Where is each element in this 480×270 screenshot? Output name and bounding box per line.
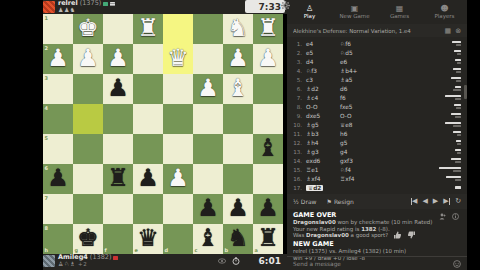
- move-time-bars: [427, 104, 461, 110]
- tab-label: Players: [435, 14, 455, 19]
- move-row-2: 2.e5♘d5: [287, 48, 467, 57]
- square-d1[interactable]: [163, 14, 193, 44]
- square-f4[interactable]: [103, 104, 133, 134]
- player-captured-pieces: ♙♘♗ +2: [58, 261, 118, 267]
- black-pawn-f3[interactable]: ♟: [103, 74, 133, 104]
- first-move-button[interactable]: ◀: [411, 198, 418, 205]
- white-move[interactable]: dxe5: [306, 113, 340, 119]
- square-a7[interactable]: ♟: [253, 194, 283, 224]
- move-time-bars: [427, 176, 461, 182]
- rank-label-3: 3: [45, 75, 48, 81]
- white-rook-a1[interactable]: ♜: [253, 14, 283, 44]
- black-queen-e8[interactable]: ♛: [133, 224, 163, 254]
- rematch-icon[interactable]: ↻: [455, 198, 461, 205]
- move-number: 13.: [291, 149, 302, 155]
- square-b7[interactable]: ♟: [223, 194, 253, 224]
- rank-label-4: 4: [45, 105, 48, 111]
- square-a8[interactable]: a♜: [253, 224, 283, 254]
- square-h7[interactable]: 7: [43, 194, 73, 224]
- square-e8[interactable]: e♛: [133, 224, 163, 254]
- square-b8[interactable]: b♞: [223, 224, 253, 254]
- opponent-bar: relrel (1375) ♟♟♞ 7:33: [43, 0, 287, 14]
- white-move[interactable]: ♘f3: [306, 68, 340, 74]
- white-move[interactable]: d4: [306, 59, 340, 65]
- black-move[interactable]: e6: [340, 59, 374, 65]
- black-pawn-b7[interactable]: ♟: [223, 194, 253, 224]
- square-f8[interactable]: f: [103, 224, 133, 254]
- new-game-title: NEW GAME: [293, 241, 461, 248]
- square-h8[interactable]: 8h: [43, 224, 73, 254]
- square-c4[interactable]: [193, 104, 223, 134]
- black-move[interactable]: d6: [340, 86, 374, 92]
- games-icon: ▦: [396, 5, 404, 13]
- emoji-smiley-icon[interactable]: [453, 260, 461, 268]
- square-a5[interactable]: ♝: [253, 134, 283, 164]
- move-row-15: 15.♖e1♘f4: [287, 165, 467, 174]
- square-e6[interactable]: ♟: [133, 164, 163, 194]
- black-move[interactable]: ♗a5: [340, 77, 374, 83]
- white-queen-d2[interactable]: ♛: [163, 44, 193, 74]
- game-controls-bar: ½ Draw ⚑ Resign ◀ ◀ ▶ ▶ ↻: [287, 194, 467, 209]
- white-move[interactable]: e5: [306, 50, 340, 56]
- white-move[interactable]: e4: [306, 41, 340, 47]
- move-row-16: 16.♗xf4♖xf4: [287, 174, 467, 183]
- panel-tabs: ♙Play▣New Game▦Games☻Players: [287, 1, 467, 22]
- move-time-bars: [427, 149, 461, 155]
- tab-label: Games: [390, 14, 409, 19]
- square-g2[interactable]: ♟: [73, 44, 103, 74]
- black-move[interactable]: f6: [340, 95, 374, 101]
- black-pawn-e6[interactable]: ♟: [133, 164, 163, 194]
- move-number: 14.: [291, 158, 302, 164]
- square-f1[interactable]: [103, 14, 133, 44]
- file-label-h: h: [45, 247, 49, 253]
- white-pawn-d6[interactable]: ♟: [163, 164, 193, 194]
- white-move[interactable]: ♗xf4: [306, 176, 340, 182]
- opening-name: Alekhine's Defense: Normal Variation, 1.…: [293, 28, 441, 34]
- player-flair-icon: [113, 256, 118, 260]
- move-number: 12.: [291, 140, 302, 146]
- square-b4[interactable]: [223, 104, 253, 134]
- play-icon: ♙: [306, 5, 313, 13]
- square-a6[interactable]: [253, 164, 283, 194]
- move-number: 9.: [291, 113, 302, 119]
- opponent-avatar[interactable]: [43, 1, 55, 13]
- black-move[interactable]: ♘f6: [340, 41, 374, 47]
- square-b5[interactable]: [223, 134, 253, 164]
- white-move[interactable]: ♖e1: [306, 167, 340, 173]
- move-time-bars: [427, 167, 461, 173]
- black-move[interactable]: g5: [340, 140, 374, 146]
- move-row-14: 14.exd6gxf3: [287, 156, 467, 165]
- square-f5[interactable]: [103, 134, 133, 164]
- chat-input[interactable]: Send a message: [293, 261, 453, 267]
- square-h1[interactable]: 1: [43, 14, 73, 44]
- opponent-clock: 7:33: [245, 0, 285, 13]
- file-label-d: d: [165, 247, 169, 253]
- square-d4[interactable]: [163, 104, 193, 134]
- move-number: 16.: [291, 176, 302, 182]
- explorer-icon[interactable]: ▦: [445, 27, 452, 35]
- black-pawn-h6[interactable]: ♟: [43, 164, 73, 194]
- opening-name-bar[interactable]: Alekhine's Defense: Normal Variation, 1.…: [287, 24, 467, 37]
- tab-games[interactable]: ▦Games: [377, 1, 422, 22]
- move-row-9: 9.dxe5O-O: [287, 111, 467, 120]
- white-pawn-f2[interactable]: ♟: [103, 44, 133, 74]
- white-pawn-h2[interactable]: ♟: [43, 44, 73, 74]
- white-move[interactable]: ♗g3: [306, 149, 340, 155]
- resign-flag-icon: ⚑: [327, 198, 332, 205]
- square-g8[interactable]: g♚: [73, 224, 103, 254]
- rank-label-5: 5: [45, 135, 48, 141]
- move-row-12: 12.♗h4g5: [287, 138, 467, 147]
- square-c1[interactable]: [193, 14, 223, 44]
- side-panel: ♙Play▣New Game▦Games☻Players Alekhine's …: [287, 0, 467, 270]
- square-f7[interactable]: [103, 194, 133, 224]
- square-c3[interactable]: ♟: [193, 74, 223, 104]
- square-c5[interactable]: [193, 134, 223, 164]
- square-h6[interactable]: 6♟: [43, 164, 73, 194]
- square-d2[interactable]: ♛: [163, 44, 193, 74]
- opponent-rating: (1375): [80, 0, 102, 7]
- white-move[interactable]: O-O: [306, 104, 340, 110]
- black-move[interactable]: O-O: [340, 113, 374, 119]
- move-time-bars: [427, 41, 461, 47]
- move-time-bars: [427, 113, 461, 119]
- black-move[interactable]: gxf3: [340, 158, 374, 164]
- square-b6[interactable]: [223, 164, 253, 194]
- move-row-4: 4.♘f3♗b4+: [287, 66, 467, 75]
- black-bishop-a5[interactable]: ♝: [253, 134, 283, 164]
- white-bishop-b3[interactable]: ♝: [223, 74, 253, 104]
- move-row-5: 5.c3♗a5: [287, 75, 467, 84]
- previous-move-button[interactable]: ◀: [422, 198, 427, 205]
- move-time-bars: [427, 140, 461, 146]
- square-a1[interactable]: ♜: [253, 14, 283, 44]
- move-number: 11.: [291, 131, 302, 137]
- game-over-box: GAME OVER Dragonslav00 won by checkmate …: [287, 211, 467, 233]
- move-time-bars: [427, 131, 461, 137]
- move-number: 8.: [291, 104, 302, 110]
- white-pawn-a2[interactable]: ♟: [253, 44, 283, 74]
- rank-label-7: 7: [45, 195, 48, 201]
- close-icon[interactable]: ⊗: [455, 27, 461, 35]
- black-king-g8[interactable]: ♚: [73, 224, 103, 254]
- square-e2[interactable]: [133, 44, 163, 74]
- white-move[interactable]: ♕d2: [306, 185, 323, 191]
- white-move[interactable]: ♗g5: [306, 122, 340, 128]
- player-rating: (1382): [90, 254, 112, 261]
- chat-input-bar[interactable]: Send a message: [287, 256, 467, 270]
- white-pawn-b2[interactable]: ♟: [223, 44, 253, 74]
- black-move[interactable]: ♘f4: [340, 167, 374, 173]
- move-time-bars: [427, 186, 461, 189]
- move-row-8: 8.O-Ofxe5: [287, 102, 467, 111]
- square-h4[interactable]: 4: [43, 104, 73, 134]
- thumbs-up-button[interactable]: [393, 231, 402, 239]
- white-pawn-c3[interactable]: ♟: [193, 74, 223, 104]
- square-c6[interactable]: [193, 164, 223, 194]
- square-d5[interactable]: [163, 134, 193, 164]
- square-e4[interactable]: [133, 104, 163, 134]
- move-time-bars: [427, 50, 461, 56]
- move-number: 15.: [291, 167, 302, 173]
- tab-new-game[interactable]: ▣New Game: [332, 1, 377, 22]
- black-pawn-c7[interactable]: ♟: [193, 194, 223, 224]
- square-e1[interactable]: ♜: [133, 14, 163, 44]
- square-g1[interactable]: ♚: [73, 14, 103, 44]
- white-move[interactable]: c3: [306, 77, 340, 83]
- black-rook-f6[interactable]: ♜: [103, 164, 133, 194]
- white-move[interactable]: ♗h4: [306, 140, 340, 146]
- move-time-bars: [427, 77, 461, 83]
- move-number: 4.: [291, 68, 302, 74]
- black-move[interactable]: ♕e8: [340, 122, 374, 128]
- square-h3[interactable]: 3: [43, 74, 73, 104]
- move-number: 1.: [291, 41, 302, 47]
- player-bar: Amileg4 (1382) ♙♘♗ +2 6:01: [43, 254, 287, 270]
- chess-board[interactable]: 1♚♜♞♜2♟♟♟♛♟♟3♟♟♝45♝6♟♜♟♟7♟♟♟8hg♚fe♛dc♝b♞…: [43, 14, 283, 254]
- square-f3[interactable]: ♟: [103, 74, 133, 104]
- move-time-bars: [427, 122, 461, 128]
- move-time-bars: [427, 68, 461, 74]
- timer-icon: [232, 257, 240, 265]
- square-b1[interactable]: ♞: [223, 14, 253, 44]
- tab-label: New Game: [339, 14, 369, 19]
- country-flag-icon: [110, 2, 115, 6]
- square-f2[interactable]: ♟: [103, 44, 133, 74]
- square-a3[interactable]: [253, 74, 283, 104]
- last-move-button[interactable]: ▶: [443, 198, 450, 205]
- square-g4[interactable]: [73, 104, 103, 134]
- opponent-captured-pieces: ♟♟♞: [58, 7, 115, 13]
- resign-button[interactable]: ⚑ Resign: [327, 198, 354, 205]
- white-move[interactable]: ♗b3: [306, 131, 340, 137]
- move-row-3: 3.d4e6: [287, 57, 467, 66]
- white-rook-e1[interactable]: ♜: [133, 14, 163, 44]
- move-time-bars: [427, 158, 461, 164]
- thumbs-down-button[interactable]: [407, 231, 416, 239]
- player-avatar[interactable]: [43, 255, 55, 267]
- move-number: 5.: [291, 77, 302, 83]
- black-move[interactable]: fxe5: [340, 104, 374, 110]
- move-row-17: 17.♕d2: [287, 183, 467, 192]
- square-c8[interactable]: c♝: [193, 224, 223, 254]
- white-knight-b1[interactable]: ♞: [223, 14, 253, 44]
- players-icon: ☻: [440, 5, 448, 13]
- move-number: 3.: [291, 59, 302, 65]
- white-move[interactable]: ♗c4: [306, 95, 340, 101]
- square-e5[interactable]: [133, 134, 163, 164]
- square-d6[interactable]: ♟: [163, 164, 193, 194]
- app-window: relrel (1375) ♟♟♞ 7:33 1♚♜♞♜2♟♟♟♛♟♟3♟♟♝4…: [0, 0, 480, 270]
- scrollbar-thumb[interactable]: [464, 85, 467, 99]
- move-row-6: 6.♗d2d6: [287, 84, 467, 93]
- square-g3[interactable]: [73, 74, 103, 104]
- black-move[interactable]: h6: [340, 131, 374, 137]
- tab-play[interactable]: ♙Play: [287, 1, 332, 22]
- black-move[interactable]: ♗b4+: [340, 68, 374, 74]
- square-e3[interactable]: [133, 74, 163, 104]
- white-pawn-g2[interactable]: ♟: [73, 44, 103, 74]
- square-e7[interactable]: [133, 194, 163, 224]
- square-c7[interactable]: ♟: [193, 194, 223, 224]
- square-f6[interactable]: ♜: [103, 164, 133, 194]
- square-g6[interactable]: [73, 164, 103, 194]
- move-row-10: 10.♗g5♕e8: [287, 120, 467, 129]
- square-b3[interactable]: ♝: [223, 74, 253, 104]
- square-d8[interactable]: d: [163, 224, 193, 254]
- black-move[interactable]: ♘d5: [340, 50, 374, 56]
- square-c2[interactable]: [193, 44, 223, 74]
- move-time-bars: [427, 95, 461, 101]
- next-move-button[interactable]: ▶: [433, 198, 438, 205]
- square-d7[interactable]: [163, 194, 193, 224]
- square-d3[interactable]: [163, 74, 193, 104]
- black-pawn-a7[interactable]: ♟: [253, 194, 283, 224]
- square-a2[interactable]: ♟: [253, 44, 283, 74]
- good-sport-prompt: Was Dragonslav00 a good sport?: [287, 231, 467, 239]
- black-move[interactable]: g4: [340, 149, 374, 155]
- draw-button[interactable]: ½ Draw: [293, 198, 317, 205]
- draw-icon: ½: [293, 198, 299, 205]
- move-number: 7.: [291, 95, 302, 101]
- move-number: 6.: [291, 86, 302, 92]
- move-number: 17.: [291, 185, 302, 191]
- game-over-title: GAME OVER: [293, 212, 461, 219]
- square-g5[interactable]: [73, 134, 103, 164]
- white-king-g1[interactable]: ♚: [73, 14, 103, 44]
- square-a4[interactable]: [253, 104, 283, 134]
- tab-players[interactable]: ☻Players: [422, 1, 467, 22]
- add-friend-icon[interactable]: [439, 213, 446, 220]
- white-move[interactable]: exd6: [306, 158, 340, 164]
- info-icon[interactable]: [452, 213, 459, 220]
- move-row-7: 7.♗c4f6: [287, 93, 467, 102]
- move-list: 1.e4♘f62.e5♘d53.d4e64.♘f3♗b4+5.c3♗a56.♗d…: [287, 39, 467, 192]
- spectators-eye-icon: [218, 258, 226, 264]
- rank-label-1: 1: [45, 15, 48, 21]
- tab-label: Play: [304, 14, 315, 19]
- white-move[interactable]: ♗d2: [306, 86, 340, 92]
- square-g7[interactable]: [73, 194, 103, 224]
- move-row-11: 11.♗b3h6: [287, 129, 467, 138]
- move-number: 2.: [291, 50, 302, 56]
- new-game-icon: ▣: [351, 5, 359, 13]
- black-bishop-c8[interactable]: ♝: [193, 224, 223, 254]
- square-h5[interactable]: 5: [43, 134, 73, 164]
- square-h2[interactable]: 2♟: [43, 44, 73, 74]
- square-b2[interactable]: ♟: [223, 44, 253, 74]
- move-time-bars: [427, 59, 461, 65]
- black-knight-b8[interactable]: ♞: [223, 224, 253, 254]
- move-time-bars: [427, 86, 461, 92]
- move-row-13: 13.♗g3g4: [287, 147, 467, 156]
- move-row-1: 1.e4♘f6: [287, 39, 467, 48]
- black-rook-a8[interactable]: ♜: [253, 224, 283, 254]
- move-number: 10.: [291, 122, 302, 128]
- membership-badge-icon: [103, 2, 108, 6]
- black-move[interactable]: ♖xf4: [340, 176, 374, 182]
- player-clock: 6:01: [245, 254, 285, 267]
- rank-label-8: 8: [45, 225, 48, 231]
